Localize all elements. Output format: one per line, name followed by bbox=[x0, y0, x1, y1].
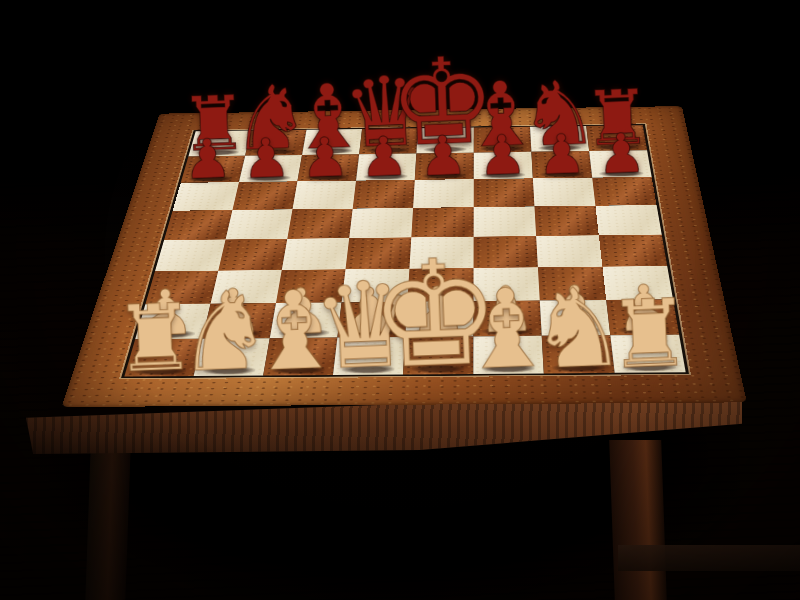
square-h1[interactable]: ♜ bbox=[610, 335, 685, 373]
piece-red-pawn[interactable]: ♟ bbox=[183, 132, 233, 188]
square-d7[interactable]: ♟ bbox=[356, 153, 416, 180]
square-b5[interactable] bbox=[226, 209, 293, 239]
square-g1[interactable]: ♞ bbox=[542, 335, 615, 373]
piece-red-pawn[interactable]: ♟ bbox=[536, 127, 587, 183]
floor-plank bbox=[618, 545, 800, 571]
square-h5[interactable] bbox=[595, 205, 661, 235]
square-h7[interactable]: ♟ bbox=[589, 150, 652, 177]
square-b4[interactable] bbox=[218, 239, 287, 271]
square-h4[interactable] bbox=[599, 235, 667, 267]
square-a4[interactable] bbox=[155, 239, 226, 271]
piece-red-pawn[interactable]: ♟ bbox=[596, 126, 647, 182]
square-f7[interactable]: ♟ bbox=[474, 152, 533, 179]
piece-red-pawn[interactable]: ♟ bbox=[241, 131, 291, 187]
board-tilt: ♜♞♝♛♚♝♞♜♟♟♟♟♟♟♟♟♟♟♟♟♟♟♟♟♜♞♝♛♚♝♞♜ bbox=[62, 106, 747, 407]
piece-red-pawn[interactable]: ♟ bbox=[359, 129, 410, 185]
square-e7[interactable]: ♟ bbox=[415, 153, 474, 180]
piece-white-king[interactable]: ♚ bbox=[367, 239, 503, 390]
square-g5[interactable] bbox=[534, 206, 598, 236]
square-a5[interactable] bbox=[164, 210, 232, 240]
piece-white-rook[interactable]: ♜ bbox=[606, 286, 693, 382]
square-g4[interactable] bbox=[536, 235, 602, 267]
chess-table: ♜♞♝♛♚♝♞♜♟♟♟♟♟♟♟♟♟♟♟♟♟♟♟♟♜♞♝♛♚♝♞♜ bbox=[32, 0, 744, 418]
table-leg-right bbox=[609, 440, 667, 600]
table-leg-left bbox=[85, 448, 130, 600]
square-c5[interactable] bbox=[287, 209, 352, 239]
piece-red-pawn[interactable]: ♟ bbox=[418, 128, 469, 184]
board-frame: ♜♞♝♛♚♝♞♜♟♟♟♟♟♟♟♟♟♟♟♟♟♟♟♟♜♞♝♛♚♝♞♜ bbox=[62, 106, 747, 407]
square-g7[interactable]: ♟ bbox=[531, 151, 592, 178]
chess-board: ♜♞♝♛♚♝♞♜♟♟♟♟♟♟♟♟♟♟♟♟♟♟♟♟♜♞♝♛♚♝♞♜ bbox=[121, 124, 689, 378]
piece-red-pawn[interactable]: ♟ bbox=[300, 130, 351, 186]
piece-red-pawn[interactable]: ♟ bbox=[477, 128, 528, 184]
square-e1[interactable]: ♚ bbox=[403, 336, 473, 374]
scene: ♜♞♝♛♚♝♞♜♟♟♟♟♟♟♟♟♟♟♟♟♟♟♟♟♜♞♝♛♚♝♞♜ bbox=[0, 0, 800, 600]
